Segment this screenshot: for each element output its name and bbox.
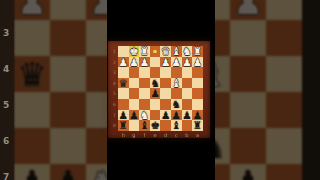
square-h5[interactable] [118,88,129,99]
black-R-a8[interactable]: ♜ [192,120,203,131]
square-f3[interactable] [139,67,150,78]
rank-label-6: 6 [112,102,117,107]
rank-label-1: 1 [112,49,117,54]
white-P-c2[interactable]: ♟ [171,57,182,68]
black-R-h8[interactable]: ♜ [118,120,129,131]
square-d5[interactable] [160,88,171,99]
black-P-g7[interactable]: ♟ [129,110,140,121]
file-label-e: e [150,132,161,138]
white-P-d2[interactable]: ♟ [160,57,171,68]
white-N-b1[interactable]: ♞ [182,46,193,57]
background-rank-label-6: 6 [3,136,13,146]
white-P-b2[interactable]: ♟ [182,57,193,68]
white-R-a1[interactable]: ♜ [192,46,203,57]
square-g8[interactable] [129,120,140,131]
square-h1[interactable] [118,46,129,57]
file-label-g: g [129,132,140,138]
black-P-e5[interactable]: ♟ [150,88,161,99]
black-P-d7[interactable]: ♟ [160,110,171,121]
background-rank-label-7: 7 [3,172,13,180]
white-K-g1[interactable]: ♚ [129,46,140,57]
square-g3[interactable] [129,67,140,78]
background-rank-label-bar [0,0,14,180]
white-Q-d1[interactable]: ♛ [160,46,171,57]
black-P-b7[interactable]: ♟ [182,110,193,121]
file-label-a: a [192,132,203,138]
square-b4[interactable] [182,78,193,89]
shorts-frame: ♟♟♟♛♝♞♟♟♞♟ 34567 hgfedcba12345678 ♜♞♝♛♜♚… [0,0,320,180]
square-g4[interactable] [129,78,140,89]
square-a4[interactable] [192,78,203,89]
file-label-f: f [139,132,150,138]
white-P-a2[interactable]: ♟ [192,57,203,68]
white-P-h2[interactable]: ♟ [118,57,129,68]
background-rank-label-3: 3 [3,28,13,38]
square-d6[interactable] [160,99,171,110]
file-label-b: b [182,132,193,138]
rank-label-5: 5 [112,91,117,96]
black-Q-h4[interactable]: ♛ [118,78,129,89]
square-e6[interactable] [150,99,161,110]
chess-board[interactable]: ♜♞♝♛♜♚♟♟♟♟♟♟♟♝♞♛♞♟♞♟♟♟♟♟♟♜♝♚♝♜ [118,46,203,131]
square-d8[interactable] [160,120,171,131]
rank-label-7: 7 [112,113,117,118]
black-B-c8[interactable]: ♝ [171,120,182,131]
black-N-c6[interactable]: ♞ [171,99,182,110]
square-b5[interactable] [182,88,193,99]
square-a5[interactable] [192,88,203,99]
white-B-c1[interactable]: ♝ [171,46,182,57]
file-label-d: d [160,132,171,138]
file-label-h: h [118,132,129,138]
rank-label-2: 2 [112,60,117,65]
rank-label-3: 3 [112,70,117,75]
white-P-g2[interactable]: ♟ [129,57,140,68]
background-rank-label-4: 4 [3,64,13,74]
rank-label-4: 4 [112,81,117,86]
file-label-c: c [171,132,182,138]
square-a6[interactable] [192,99,203,110]
black-K-e8[interactable]: ♚ [150,120,161,131]
background-rank-label-5: 5 [3,100,13,110]
black-B-f8[interactable]: ♝ [139,120,150,131]
square-b6[interactable] [182,99,193,110]
square-e2[interactable] [150,57,161,68]
square-g6[interactable] [129,99,140,110]
square-d3[interactable] [160,67,171,78]
white-B-c4[interactable]: ♝ [171,78,182,89]
square-g5[interactable] [129,88,140,99]
square-f5[interactable] [139,88,150,99]
square-a3[interactable] [192,67,203,78]
square-f6[interactable] [139,99,150,110]
square-f4[interactable] [139,78,150,89]
rank-label-8: 8 [112,123,117,128]
square-d4[interactable] [160,78,171,89]
square-b3[interactable] [182,67,193,78]
white-P-f2[interactable]: ♟ [139,57,150,68]
last-move-from-dot [153,50,157,54]
square-b8[interactable] [182,120,193,131]
square-h6[interactable] [118,99,129,110]
white-R-f1[interactable]: ♜ [139,46,150,57]
